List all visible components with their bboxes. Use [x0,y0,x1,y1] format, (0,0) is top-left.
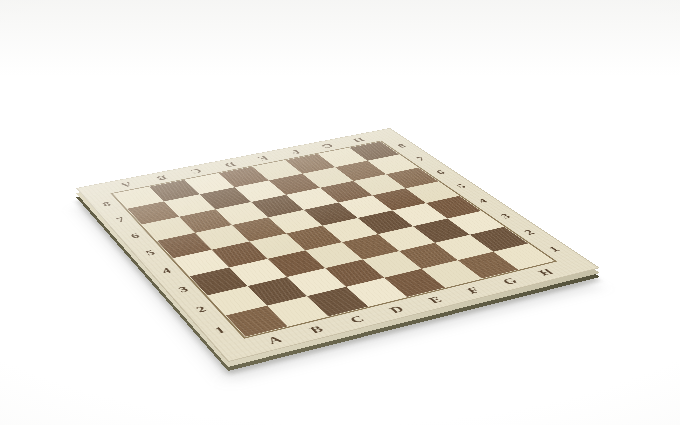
file-label-far-d: D [222,161,237,168]
file-label-near-b: B [307,324,326,335]
rank-label-right-8: 8 [395,143,408,149]
file-label-near-d: D [387,304,407,314]
file-label-near-c: C [347,314,367,325]
rank-label-left-3: 3 [176,285,190,294]
file-label-near-g: G [499,276,519,286]
rank-label-right-7: 7 [414,155,427,161]
rank-label-right-2: 2 [521,228,537,236]
file-label-near-f: F [464,286,482,296]
rank-label-left-4: 4 [159,266,173,275]
rank-label-left-6: 6 [128,232,141,240]
rank-label-right-6: 6 [433,169,447,175]
file-label-near-h: H [535,267,555,277]
rank-label-right-4: 4 [475,197,490,204]
file-label-near-e: E [426,295,445,305]
rank-label-right-5: 5 [454,183,468,190]
file-label-far-g: G [319,143,335,150]
rank-label-left-8: 8 [100,200,112,207]
file-label-far-h: H [350,137,366,143]
photo-background: AABBCCDDEEFFGGHH1122334455667788 [0,0,680,425]
rank-label-right-3: 3 [497,212,512,219]
rank-label-left-5: 5 [143,248,156,256]
file-label-near-a: A [265,334,285,345]
rank-label-left-1: 1 [212,325,227,335]
rank-label-left-7: 7 [114,216,127,223]
file-label-far-a: A [119,181,134,188]
rank-label-left-2: 2 [193,304,208,314]
file-label-far-c: C [189,168,204,175]
chess-board: AABBCCDDEEFFGGHH1122334455667788 [76,128,600,362]
rank-label-right-1: 1 [545,245,561,253]
file-label-far-b: B [154,174,168,181]
file-label-far-e: E [256,155,270,162]
file-label-far-f: F [288,149,302,155]
